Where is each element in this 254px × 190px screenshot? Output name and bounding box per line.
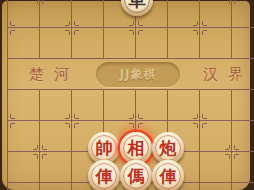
app-logo-pill: JJ象棋 [96, 62, 180, 87]
board-cell [232, 0, 254, 28]
position-marker [33, 145, 47, 159]
app-logo-text: JJ象棋 [120, 66, 157, 83]
piece-red-horse[interactable]: 傌 [120, 160, 152, 190]
piece-red-chariot-right[interactable]: 俥 [152, 160, 184, 190]
river-label-chu: 楚河 [29, 65, 79, 84]
position-marker [193, 114, 207, 128]
position-marker [193, 21, 207, 35]
position-marker [225, 0, 239, 4]
piece-red-chariot-left[interactable]: 俥 [88, 160, 120, 190]
board-cell [232, 28, 254, 59]
position-marker [129, 114, 143, 128]
position-marker [65, 114, 79, 128]
position-marker [225, 145, 239, 159]
board-cell [232, 183, 254, 190]
position-marker [129, 21, 143, 35]
river-label-han: 汉界 [203, 65, 253, 84]
screen: 楚河 汉界 JJ象棋 車 帥 相 炮 俥 傌 俥 [0, 0, 254, 190]
board-cell [40, 183, 72, 190]
position-marker [33, 0, 47, 4]
board-cell [232, 90, 254, 121]
board-cell [8, 183, 40, 190]
position-marker [65, 21, 79, 35]
board-cell [200, 183, 232, 190]
